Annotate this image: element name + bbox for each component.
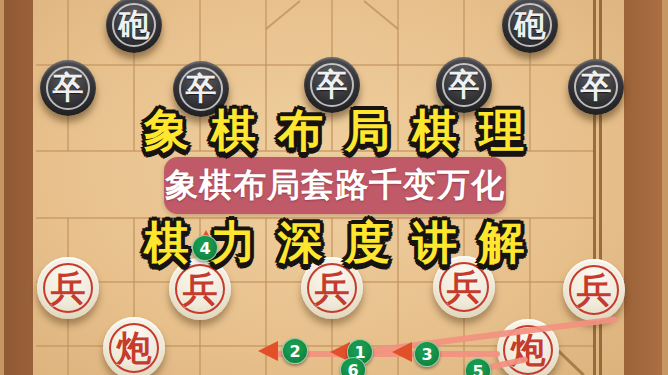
right-edge-strip — [662, 0, 668, 375]
piece-character: 砲 — [106, 0, 162, 53]
piece-black-soldier[interactable]: 卒 — [568, 59, 624, 115]
title-top: 象棋布局棋理 — [144, 101, 546, 161]
piece-character: 卒 — [40, 60, 96, 116]
video-frame: 象棋布局棋理 象棋布局套路千变万化 棋力深度讲解 砲砲卒卒卒卒卒兵兵兵兵兵炮炮1… — [0, 0, 668, 375]
piece-red-cannon[interactable]: 炮 — [103, 317, 165, 375]
piece-character: 卒 — [568, 59, 624, 115]
banner-text: 象棋布局套路千变万化 — [165, 163, 505, 208]
piece-red-soldier[interactable]: 兵 — [37, 257, 99, 319]
move-number-marker: 4 — [192, 235, 218, 261]
move-arrowhead-left — [392, 342, 412, 362]
banner-pill: 象棋布局套路千变万化 — [164, 157, 506, 214]
left-letterbox-bar — [4, 0, 33, 375]
piece-black-cannon[interactable]: 砲 — [106, 0, 162, 53]
piece-red-soldier[interactable]: 兵 — [563, 259, 625, 321]
right-letterbox-bar — [624, 0, 662, 375]
move-arrowhead-left — [258, 341, 278, 361]
piece-character: 兵 — [37, 257, 99, 319]
piece-character: 兵 — [563, 259, 625, 321]
piece-character: 炮 — [103, 317, 165, 375]
move-number-marker: 2 — [282, 338, 308, 364]
move-number-marker: 3 — [414, 341, 440, 367]
piece-black-cannon[interactable]: 砲 — [502, 0, 558, 53]
piece-black-soldier[interactable]: 卒 — [40, 60, 96, 116]
piece-character: 砲 — [502, 0, 558, 53]
